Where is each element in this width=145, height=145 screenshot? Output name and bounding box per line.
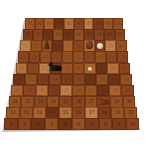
board-cell-34[interactable]: 34 [48,85,60,97]
square-number: 95 [66,21,71,26]
board-cell-16[interactable]: 16 [72,107,85,119]
square-number: 91 [27,21,32,26]
board-cell-87[interactable]: 87 [84,29,94,41]
square-number: 69 [109,55,114,60]
board-cell-46[interactable]: 46 [73,74,85,86]
board-cell-68[interactable]: 68 [95,51,106,63]
square-number: 31 [14,88,19,93]
board-row: 31323334353637383940 [11,85,134,97]
square-number: 76 [76,44,81,49]
square-number: 49 [111,77,116,82]
square-number: 27 [88,99,93,104]
square-number: 9 [118,122,121,127]
square-number: 96 [76,21,81,26]
square-number: 61 [21,55,26,60]
board-cell-96[interactable]: 96 [74,18,84,30]
board-cell-9[interactable]: 9 [112,118,126,130]
board-row: 21222324252627282930 [9,96,136,108]
ball-shape [97,43,103,49]
board-cell-8[interactable]: 8 [99,118,113,130]
duck-head [49,62,54,67]
square-number: 71 [23,44,28,49]
board-cell-88[interactable]: 88 [94,29,104,41]
board-cell-97[interactable]: 97 [84,18,94,30]
board-cell-82[interactable]: 82 [33,29,43,41]
square-number: 99 [105,21,110,26]
board-cell-76[interactable]: 76 [73,40,84,52]
square-number: 80 [119,44,124,49]
square-number: 30 [126,99,131,104]
board-cell-81[interactable]: 81 [23,29,33,41]
piece-brown-peg-figurine[interactable] [86,41,93,49]
peg-figurine-shape [86,41,93,49]
board-cell-1[interactable]: 1 [4,118,18,130]
piece-black-duck-figurine[interactable] [49,62,63,71]
square-number: 89 [107,32,112,37]
square-number: 1 [10,122,13,127]
board-cell-5[interactable]: 5 [58,118,72,130]
square-number: 90 [117,32,122,37]
square-number: 33 [39,88,44,93]
game-board: 9192939495969798991008182838485868788899… [0,0,145,145]
board-cell-6[interactable]: 6 [72,118,86,130]
square-number: 94 [56,21,61,26]
square-number: 34 [51,88,56,93]
board-cell-50[interactable]: 50 [120,74,132,86]
board-cell-27[interactable]: 27 [85,96,98,108]
square-number: 19 [115,110,120,115]
square-number: 41 [17,77,22,82]
square-number: 16 [76,110,81,115]
board-cell-17[interactable]: 17 [85,107,98,119]
board-cell-30[interactable]: 30 [123,96,136,108]
square-number: 75 [65,44,70,49]
board-cell-69[interactable]: 69 [106,51,117,63]
square-number: 63 [43,55,48,60]
board-cell-45[interactable]: 45 [61,74,73,86]
square-number: 55 [64,66,69,71]
board-cell-51[interactable]: 51 [16,63,27,75]
square-number: 48 [100,77,105,82]
board-cell-32[interactable]: 32 [23,85,35,97]
bird-head [99,98,103,102]
square-number: 65 [65,55,70,60]
square-number: 35 [64,88,69,93]
board-cell-15[interactable]: 15 [59,107,72,119]
square-number: 25 [63,99,68,104]
piece-cream-ball[interactable] [97,42,103,49]
square-number: 36 [76,88,81,93]
board-cell-18[interactable]: 18 [98,107,111,119]
board-cell-80[interactable]: 80 [116,40,127,52]
board-cell-95[interactable]: 95 [64,18,74,30]
square-number: 74 [55,44,60,49]
board-cell-19[interactable]: 19 [111,107,124,119]
square-number: 83 [45,32,50,37]
square-number: 29 [114,99,119,104]
square-number: 93 [47,21,52,26]
board-cell-10[interactable]: 10 [126,118,140,130]
board-cell-47[interactable]: 47 [85,74,97,86]
board-cell-56[interactable]: 56 [73,63,84,75]
board-cell-44[interactable]: 44 [49,74,61,86]
square-number: 37 [88,88,93,93]
board-cell-42[interactable]: 42 [25,74,37,86]
square-number: 47 [88,77,93,82]
board-cell-31[interactable]: 31 [11,85,23,97]
square-number: 39 [113,88,118,93]
square-number: 87 [86,32,91,37]
square-number: 22 [25,99,30,104]
board-row: 11121314151617181920 [6,107,137,119]
board-cell-38[interactable]: 38 [97,85,109,97]
square-number: 84 [56,32,61,37]
square-number: 32 [27,88,32,93]
board-row: 81828384858687888990 [23,29,125,41]
board-cell-14[interactable]: 14 [46,107,59,119]
board-cell-25[interactable]: 25 [59,96,72,108]
square-number: 7 [91,122,94,127]
square-number: 52 [30,66,35,71]
square-number: 100 [114,21,122,26]
square-number: 64 [54,55,59,60]
square-number: 92 [37,21,42,26]
board-cell-52[interactable]: 52 [27,63,38,75]
piece-small-white-ball[interactable] [88,66,92,71]
board-cell-24[interactable]: 24 [47,96,60,108]
board-cell-4[interactable]: 4 [45,118,59,130]
square-number: 45 [64,77,69,82]
board-cell-3[interactable]: 3 [31,118,45,130]
board-cell-75[interactable]: 75 [63,40,74,52]
square-number: 20 [128,110,133,115]
board-cell-85[interactable]: 85 [63,29,73,41]
square-number: 17 [89,110,94,115]
board-cell-12[interactable]: 12 [20,107,33,119]
board-cell-22[interactable]: 22 [21,96,34,108]
board-cell-92[interactable]: 92 [35,18,45,30]
square-number: 88 [97,32,102,37]
board-row: 71727374757677787980 [20,40,126,52]
square-number: 67 [87,55,92,60]
square-number: 44 [52,77,57,82]
board-cell-49[interactable]: 49 [108,74,120,86]
square-number: 6 [77,122,80,127]
square-number: 3 [37,122,40,127]
square-number: 68 [98,55,103,60]
board-cell-11[interactable]: 11 [6,107,19,119]
board-cell-62[interactable]: 62 [29,51,40,63]
square-number: 86 [76,32,81,37]
board-cell-98[interactable]: 98 [93,18,103,30]
board-cell-89[interactable]: 89 [104,29,114,41]
square-number: 97 [86,21,91,26]
board-row: 61626364656667686970 [18,51,128,63]
square-number: 59 [110,66,115,71]
board-photo-scene: 9192939495969798991008182838485868788899… [0,0,145,145]
square-number: 82 [35,32,40,37]
board-cell-59[interactable]: 59 [107,63,118,75]
square-number: 15 [63,110,68,115]
square-number: 8 [104,122,107,127]
cone-figurine-shape [43,39,50,49]
board-cell-84[interactable]: 84 [53,29,63,41]
square-number: 43 [40,77,45,82]
board-cell-48[interactable]: 48 [96,74,108,86]
square-number: 14 [50,110,55,115]
board-cell-33[interactable]: 33 [36,85,48,97]
board-cell-26[interactable]: 26 [72,96,85,108]
board-cell-40[interactable]: 40 [121,85,133,97]
square-number: 23 [38,99,43,104]
square-number: 85 [66,32,71,37]
board-cell-91[interactable]: 91 [25,18,35,30]
square-number: 10 [130,122,135,127]
board-cell-86[interactable]: 86 [74,29,84,41]
piece-brown-cone-figurine[interactable] [43,39,50,49]
square-number: 51 [19,66,24,71]
board-cell-70[interactable]: 70 [117,51,128,63]
duck-beak [47,64,50,66]
square-number: 2 [23,122,26,127]
board-cell-39[interactable]: 39 [109,85,121,97]
square-number: 24 [50,99,55,104]
piece-brown-bird-figurine[interactable] [99,98,109,105]
board-cell-21[interactable]: 21 [9,96,22,108]
board-cell-35[interactable]: 35 [60,85,72,97]
board-cell-65[interactable]: 65 [62,51,73,63]
square-number: 79 [108,44,113,49]
board-cell-2[interactable]: 2 [18,118,32,130]
board-cell-99[interactable]: 99 [103,18,113,30]
board-cell-90[interactable]: 90 [115,29,125,41]
square-number: 81 [25,32,30,37]
square-number: 98 [96,21,101,26]
board-cell-94[interactable]: 94 [54,18,64,30]
board-cell-71[interactable]: 71 [20,40,31,52]
square-number: 11 [10,110,15,115]
board-row: 12345678910 [4,118,139,130]
board-row: 41424344454647484950 [13,74,132,86]
board-cell-37[interactable]: 37 [85,85,97,97]
square-number: 26 [76,99,81,104]
square-number: 13 [36,110,41,115]
square-number: 62 [32,55,37,60]
board-cell-41[interactable]: 41 [13,74,25,86]
board-row: 919293949596979899100 [25,18,123,30]
board-cell-13[interactable]: 13 [33,107,46,119]
square-number: 72 [34,44,39,49]
board-cell-36[interactable]: 36 [72,85,84,97]
board-cell-72[interactable]: 72 [31,40,42,52]
board-cell-23[interactable]: 23 [34,96,47,108]
board-cell-66[interactable]: 66 [73,51,84,63]
square-number: 40 [125,88,130,93]
board-row: 51525354555657585960 [16,63,130,75]
board-cell-100[interactable]: 100 [113,18,123,30]
board-cell-20[interactable]: 20 [124,107,137,119]
square-number: 42 [28,77,33,82]
board-cell-58[interactable]: 58 [96,63,107,75]
square-number: 21 [12,99,17,104]
board-cell-61[interactable]: 61 [18,51,29,63]
square-number: 70 [120,55,125,60]
board-cell-29[interactable]: 29 [110,96,123,108]
board-cell-55[interactable]: 55 [61,63,72,75]
board-cell-43[interactable]: 43 [37,74,49,86]
square-number: 60 [122,66,127,71]
square-number: 5 [64,122,67,127]
board-cell-67[interactable]: 67 [84,51,95,63]
square-number: 50 [123,77,128,82]
square-number: 12 [23,110,28,115]
square-number: 38 [100,88,105,93]
board-cell-93[interactable]: 93 [44,18,54,30]
board-cell-74[interactable]: 74 [52,40,63,52]
square-number: 18 [102,110,107,115]
square-number: 66 [76,55,81,60]
square-number: 56 [76,66,81,71]
board-cell-7[interactable]: 7 [85,118,99,130]
square-number: 4 [50,122,53,127]
square-number: 58 [99,66,104,71]
board-cell-60[interactable]: 60 [119,63,130,75]
board-cell-79[interactable]: 79 [105,40,116,52]
square-number: 46 [76,77,81,82]
